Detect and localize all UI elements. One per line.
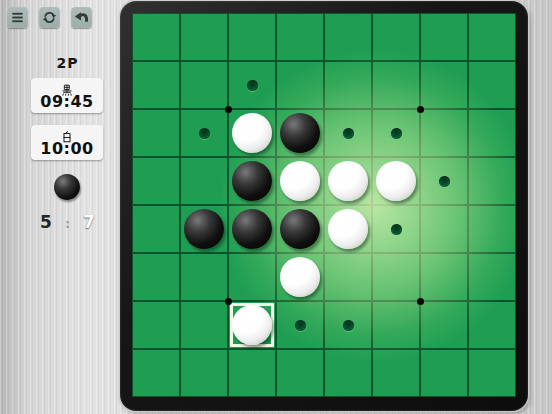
legal-move-dot	[247, 80, 258, 91]
cell-b4[interactable]	[180, 157, 228, 205]
menu-icon	[10, 10, 25, 25]
white-time: 10:00	[40, 140, 93, 157]
legal-move-dot	[391, 224, 402, 235]
board-grid	[132, 13, 516, 397]
cell-d1[interactable]	[276, 13, 324, 61]
cell-f8[interactable]	[372, 349, 420, 397]
cell-b7[interactable]	[180, 301, 228, 349]
score-white: 7	[83, 212, 95, 232]
white-disc	[232, 305, 272, 345]
black-disc	[280, 113, 320, 153]
cell-d2[interactable]	[276, 61, 324, 109]
cell-c1[interactable]	[228, 13, 276, 61]
cell-h5[interactable]	[468, 205, 516, 253]
cell-e8[interactable]	[324, 349, 372, 397]
white-disc	[232, 113, 272, 153]
black-time: 09:45	[40, 93, 93, 110]
star-point	[225, 106, 232, 113]
cell-h3[interactable]	[468, 109, 516, 157]
cell-h6[interactable]	[468, 253, 516, 301]
cell-e2[interactable]	[324, 61, 372, 109]
score-separator: :	[65, 216, 70, 231]
star-point	[417, 298, 424, 305]
cell-g6[interactable]	[420, 253, 468, 301]
cell-e5[interactable]	[324, 205, 372, 253]
black-timer-panel: 09:45	[31, 78, 103, 113]
cell-f1[interactable]	[372, 13, 420, 61]
cell-a8[interactable]	[132, 349, 180, 397]
cell-h2[interactable]	[468, 61, 516, 109]
white-disc	[280, 161, 320, 201]
cell-c5[interactable]	[228, 205, 276, 253]
black-disc	[232, 161, 272, 201]
cell-b1[interactable]	[180, 13, 228, 61]
cell-b5[interactable]	[180, 205, 228, 253]
cell-d8[interactable]	[276, 349, 324, 397]
cell-e6[interactable]	[324, 253, 372, 301]
menu-button[interactable]	[7, 7, 28, 28]
cell-b8[interactable]	[180, 349, 228, 397]
cell-g3[interactable]	[420, 109, 468, 157]
toolbar	[7, 7, 92, 28]
cell-e1[interactable]	[324, 13, 372, 61]
cell-c8[interactable]	[228, 349, 276, 397]
black-disc	[280, 209, 320, 249]
black-disc	[232, 209, 272, 249]
cell-a2[interactable]	[132, 61, 180, 109]
cell-b6[interactable]	[180, 253, 228, 301]
cell-c6[interactable]	[228, 253, 276, 301]
restart-icon	[42, 10, 57, 25]
score-black: 5	[40, 212, 52, 232]
restart-button[interactable]	[39, 7, 60, 28]
cell-b3[interactable]	[180, 109, 228, 157]
white-disc	[328, 161, 368, 201]
turn-indicator-stone	[54, 174, 80, 200]
undo-icon	[74, 10, 89, 25]
cell-a3[interactable]	[132, 109, 180, 157]
cell-d5[interactable]	[276, 205, 324, 253]
cell-h4[interactable]	[468, 157, 516, 205]
legal-move-dot	[439, 176, 450, 187]
cell-e4[interactable]	[324, 157, 372, 205]
mode-label: 2P	[0, 55, 135, 71]
legal-move-dot	[295, 320, 306, 331]
cell-g8[interactable]	[420, 349, 468, 397]
sidebar: 2P 09:45 10:00 5 : 7	[0, 0, 135, 414]
cell-e7[interactable]	[324, 301, 372, 349]
cell-f5[interactable]	[372, 205, 420, 253]
undo-button[interactable]	[71, 7, 92, 28]
cell-a1[interactable]	[132, 13, 180, 61]
cell-f2[interactable]	[372, 61, 420, 109]
cell-f3[interactable]	[372, 109, 420, 157]
star-point	[225, 298, 232, 305]
cell-c3[interactable]	[228, 109, 276, 157]
cell-h1[interactable]	[468, 13, 516, 61]
cell-g4[interactable]	[420, 157, 468, 205]
cell-a7[interactable]	[132, 301, 180, 349]
white-disc	[328, 209, 368, 249]
cell-g2[interactable]	[420, 61, 468, 109]
cell-g5[interactable]	[420, 205, 468, 253]
cell-a6[interactable]	[132, 253, 180, 301]
cell-d3[interactable]	[276, 109, 324, 157]
cell-c2[interactable]	[228, 61, 276, 109]
cell-a5[interactable]	[132, 205, 180, 253]
board-frame	[120, 1, 528, 411]
cell-g1[interactable]	[420, 13, 468, 61]
cell-h8[interactable]	[468, 349, 516, 397]
cell-c7[interactable]	[228, 301, 276, 349]
cell-b2[interactable]	[180, 61, 228, 109]
cell-d7[interactable]	[276, 301, 324, 349]
cell-a4[interactable]	[132, 157, 180, 205]
legal-move-dot	[199, 128, 210, 139]
legal-move-dot	[343, 320, 354, 331]
cell-f6[interactable]	[372, 253, 420, 301]
cell-h7[interactable]	[468, 301, 516, 349]
cell-f4[interactable]	[372, 157, 420, 205]
white-timer-panel: 10:00	[31, 125, 103, 160]
white-disc	[280, 257, 320, 297]
legal-move-dot	[343, 128, 354, 139]
legal-move-dot	[391, 128, 402, 139]
star-point	[417, 106, 424, 113]
score: 5 : 7	[0, 212, 135, 232]
cell-f7[interactable]	[372, 301, 420, 349]
black-disc	[184, 209, 224, 249]
cell-c4[interactable]	[228, 157, 276, 205]
cell-d6[interactable]	[276, 253, 324, 301]
cell-d4[interactable]	[276, 157, 324, 205]
cell-g7[interactable]	[420, 301, 468, 349]
cell-e3[interactable]	[324, 109, 372, 157]
white-disc	[376, 161, 416, 201]
board	[132, 13, 516, 397]
